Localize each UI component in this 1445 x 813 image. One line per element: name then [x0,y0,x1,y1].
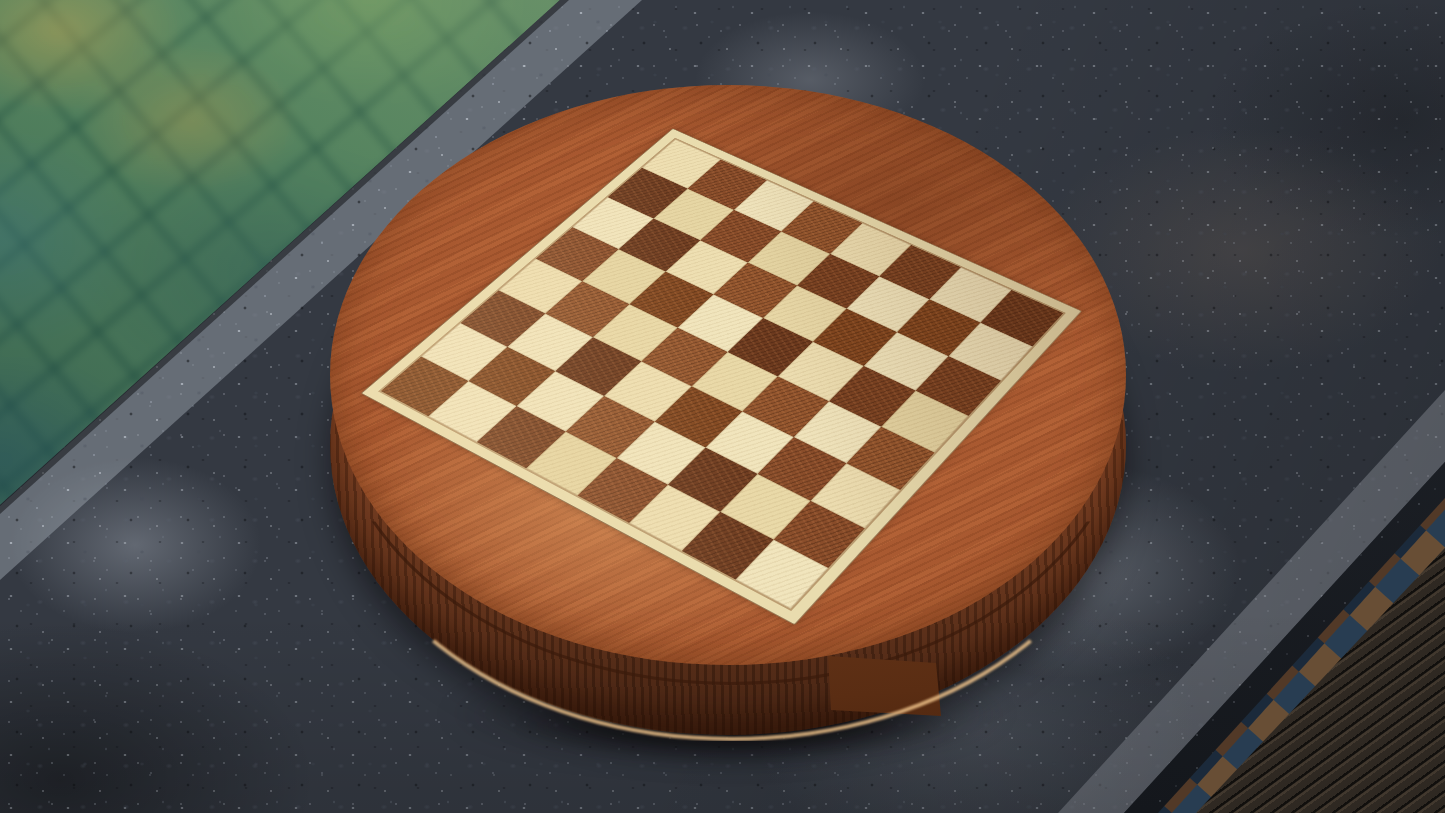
scene-poolside-chessboard [0,0,1445,813]
